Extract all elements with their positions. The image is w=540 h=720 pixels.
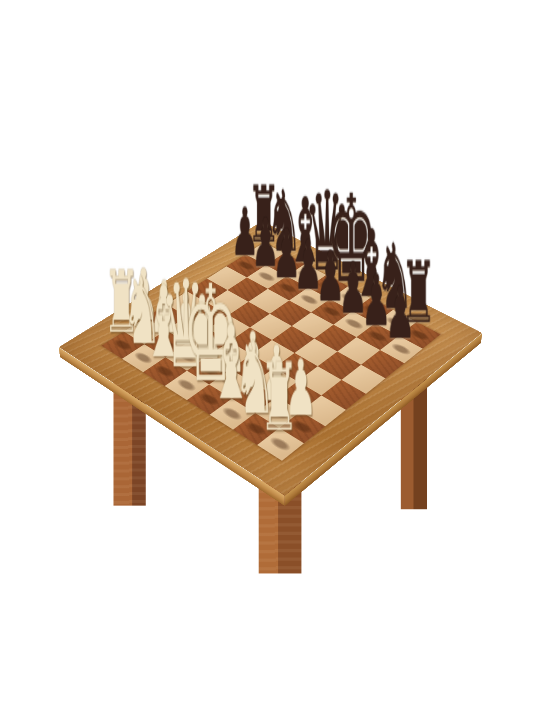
white-rook-glyph: ♜ [253, 351, 306, 445]
black-pawn-glyph: ♟ [376, 278, 425, 350]
scene-viewport: ♜♞♝♛♚♝♞♜♟♟♟♟♟♟♟♟♟♟♟♟♟♟♟♟♜♞♝♛♚♝♞♜ [0, 0, 540, 720]
chess-table-photo: ♜♞♝♛♚♝♞♜♟♟♟♟♟♟♟♟♟♟♟♟♟♟♟♟♜♞♝♛♚♝♞♜ [0, 0, 540, 720]
